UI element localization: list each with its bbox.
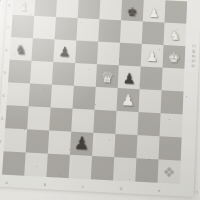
square-a2 xyxy=(4,128,28,152)
square-e1 xyxy=(91,156,114,181)
black-pawn: ♟ xyxy=(73,135,90,153)
square-b5 xyxy=(30,61,53,85)
square-h5 xyxy=(162,68,185,92)
square-c7 xyxy=(55,17,78,41)
square-d8 xyxy=(78,0,101,19)
white-knight: ♞ xyxy=(169,30,181,43)
square-b3 xyxy=(27,106,50,130)
square-b4 xyxy=(29,83,52,107)
square-h3 xyxy=(160,113,183,137)
white-king: ♚ xyxy=(167,52,180,66)
square-e3 xyxy=(93,110,116,134)
square-b7 xyxy=(33,16,56,40)
square-h2 xyxy=(159,136,182,160)
square-h8 xyxy=(165,0,188,23)
square-g3 xyxy=(137,112,160,136)
square-a1 xyxy=(2,151,26,175)
square-e7 xyxy=(98,19,121,43)
square-d4 xyxy=(73,86,96,110)
square-h7: ♞ xyxy=(164,23,187,47)
film-grain xyxy=(0,0,1,1)
square-f7 xyxy=(120,20,143,44)
black-king: ♚ xyxy=(127,6,138,18)
square-c2 xyxy=(48,130,71,154)
square-a8: ♝ xyxy=(13,0,36,16)
square-f6 xyxy=(119,43,142,67)
square-g5 xyxy=(140,66,163,90)
board-photo: ♝♚♟♞♞♟♟♚♛♟♟♟❖ a b c d e f g h 8 7 6 5 4 … xyxy=(0,0,200,200)
square-e4 xyxy=(95,87,118,111)
square-c3 xyxy=(49,107,72,131)
square-f4: ♟ xyxy=(117,88,140,112)
square-a4 xyxy=(7,82,30,106)
black-pawn: ♟ xyxy=(58,46,71,60)
square-g4 xyxy=(139,89,162,113)
square-c1 xyxy=(46,154,70,178)
brand-text: CHESS xyxy=(190,44,196,69)
square-g2 xyxy=(136,135,159,159)
square-c4 xyxy=(51,85,74,109)
square-c6: ♟ xyxy=(53,39,76,63)
chess-board: ♝♚♟♞♞♟♟♚♛♟♟♟❖ a b c d e f g h 8 7 6 5 4 … xyxy=(0,0,200,197)
square-d5 xyxy=(74,63,97,87)
board-grid: ♝♚♟♞♞♟♟♚♛♟♟♟❖ xyxy=(2,0,187,184)
square-c5 xyxy=(52,62,75,86)
square-b6 xyxy=(31,38,54,62)
square-g1 xyxy=(135,158,158,183)
square-b1 xyxy=(24,152,48,176)
square-d2: ♟ xyxy=(70,132,93,156)
black-pawn: ♟ xyxy=(122,71,136,86)
compass-logo-icon: ❖ xyxy=(163,164,176,179)
square-e5: ♛ xyxy=(96,64,119,88)
square-f1 xyxy=(113,157,136,182)
square-e8 xyxy=(99,0,122,20)
square-b2 xyxy=(26,129,50,153)
square-g7 xyxy=(142,21,165,45)
square-d7 xyxy=(76,18,99,42)
square-f5: ♟ xyxy=(118,65,141,89)
square-e6 xyxy=(97,42,120,66)
square-d3 xyxy=(71,109,94,133)
square-b8 xyxy=(34,0,57,17)
white-queen: ♛ xyxy=(100,70,114,85)
square-a7 xyxy=(11,15,34,39)
square-h6: ♚ xyxy=(163,45,186,69)
white-pawn: ♟ xyxy=(148,7,159,19)
square-f3 xyxy=(115,111,138,135)
square-h4 xyxy=(161,90,184,114)
square-a3 xyxy=(5,105,28,129)
square-d1 xyxy=(69,155,92,179)
square-g8: ♟ xyxy=(143,0,166,23)
white-bishop: ♝ xyxy=(18,1,29,13)
square-h1: ❖ xyxy=(158,159,181,184)
square-f2 xyxy=(114,134,137,158)
square-d6 xyxy=(75,40,98,64)
square-a6: ♞ xyxy=(10,37,33,61)
square-f8: ♚ xyxy=(121,0,144,21)
square-e2 xyxy=(92,133,115,157)
black-knight: ♞ xyxy=(15,44,28,58)
white-pawn: ♟ xyxy=(146,50,159,64)
square-a5 xyxy=(8,60,31,84)
square-c8 xyxy=(56,0,79,18)
square-g6: ♟ xyxy=(141,44,164,68)
white-pawn: ♟ xyxy=(121,93,136,109)
